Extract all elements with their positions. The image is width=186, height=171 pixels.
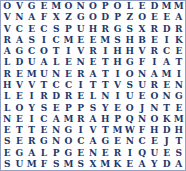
grid-cell[interactable]: E <box>148 35 160 46</box>
grid-cell[interactable]: E <box>62 57 74 68</box>
grid-cell[interactable]: S <box>1 136 13 147</box>
grid-cell[interactable]: N <box>50 69 62 80</box>
grid-cell[interactable]: G <box>13 46 25 57</box>
grid-cell[interactable]: M <box>50 1 62 12</box>
grid-cell[interactable]: S <box>50 159 62 170</box>
grid-cell[interactable]: R <box>148 24 160 35</box>
grid-cell[interactable]: H <box>173 125 185 136</box>
grid-cell[interactable]: M <box>160 69 172 80</box>
grid-cell[interactable]: I <box>160 35 172 46</box>
grid-cell[interactable]: I <box>99 46 111 57</box>
grid-cell[interactable]: S <box>124 80 136 91</box>
grid-cell[interactable]: P <box>99 1 111 12</box>
grid-cell[interactable]: M <box>111 125 123 136</box>
grid-cell[interactable]: O <box>1 1 13 12</box>
grid-cell[interactable]: S <box>26 35 38 46</box>
grid-cell[interactable]: N <box>75 57 87 68</box>
grid-cell[interactable]: M <box>173 114 185 125</box>
grid-cell[interactable]: E <box>38 1 50 12</box>
grid-cell[interactable]: U <box>148 147 160 158</box>
grid-cell[interactable]: E <box>99 147 111 158</box>
grid-cell[interactable]: M <box>99 159 111 170</box>
grid-cell[interactable]: I <box>124 147 136 158</box>
grid-cell[interactable]: G <box>111 24 123 35</box>
grid-cell[interactable]: H <box>111 46 123 57</box>
grid-cell[interactable]: E <box>1 125 13 136</box>
grid-cell[interactable]: O <box>124 69 136 80</box>
grid-cell[interactable]: R <box>148 80 160 91</box>
grid-cell[interactable]: P <box>50 147 62 158</box>
grid-cell[interactable]: N <box>136 114 148 125</box>
grid-cell[interactable]: R <box>38 91 50 102</box>
grid-cell[interactable]: P <box>75 102 87 113</box>
grid-cell[interactable]: E <box>87 35 99 46</box>
grid-cell[interactable]: F <box>136 57 148 68</box>
grid-cell[interactable]: V <box>13 1 25 12</box>
grid-cell[interactable]: T <box>50 46 62 57</box>
grid-cell[interactable]: K <box>173 35 185 46</box>
grid-cell[interactable]: E <box>75 35 87 46</box>
grid-cell[interactable]: N <box>13 12 25 23</box>
grid-cell[interactable]: R <box>75 69 87 80</box>
grid-cell[interactable]: I <box>38 35 50 46</box>
grid-cell[interactable]: I <box>26 91 38 102</box>
grid-cell[interactable]: E <box>1 147 13 158</box>
grid-cell[interactable]: C <box>75 136 87 147</box>
grid-cell[interactable]: J <box>160 136 172 147</box>
grid-cell[interactable]: E <box>50 102 62 113</box>
grid-cell[interactable]: V <box>111 80 123 91</box>
grid-cell[interactable]: T <box>99 125 111 136</box>
grid-cell[interactable]: R <box>62 91 74 102</box>
grid-cell[interactable]: N <box>136 69 148 80</box>
grid-cell[interactable]: I <box>111 69 123 80</box>
grid-cell[interactable]: C <box>26 46 38 57</box>
grid-cell[interactable]: N <box>87 147 99 158</box>
grid-cell[interactable]: O <box>148 114 160 125</box>
grid-cell[interactable]: D <box>160 159 172 170</box>
grid-cell[interactable]: E <box>13 69 25 80</box>
grid-cell[interactable]: H <box>124 35 136 46</box>
grid-cell[interactable]: W <box>124 125 136 136</box>
grid-cell[interactable]: C <box>50 35 62 46</box>
grid-cell[interactable]: E <box>136 1 148 12</box>
grid-cell[interactable]: P <box>62 102 74 113</box>
grid-cell[interactable]: N <box>1 114 13 125</box>
grid-cell[interactable]: R <box>148 46 160 57</box>
grid-cell[interactable]: U <box>75 24 87 35</box>
grid-cell[interactable]: S <box>1 159 13 170</box>
grid-cell[interactable]: E <box>136 91 148 102</box>
grid-cell[interactable]: M <box>62 114 74 125</box>
grid-cell[interactable]: P <box>111 114 123 125</box>
grid-cell[interactable]: C <box>50 80 62 91</box>
grid-cell[interactable]: Y <box>26 102 38 113</box>
grid-cell[interactable]: G <box>38 136 50 147</box>
grid-cell[interactable]: H <box>87 24 99 35</box>
grid-cell[interactable]: M <box>26 159 38 170</box>
grid-cell[interactable]: L <box>87 91 99 102</box>
grid-cell[interactable]: E <box>13 91 25 102</box>
grid-cell[interactable]: G <box>26 1 38 12</box>
grid-cell[interactable]: U <box>26 57 38 68</box>
grid-cell[interactable]: V <box>26 80 38 91</box>
grid-cell[interactable]: P <box>62 24 74 35</box>
grid-cell[interactable]: V <box>87 125 99 136</box>
grid-cell[interactable]: B <box>136 35 148 46</box>
grid-cell[interactable]: A <box>87 114 99 125</box>
grid-cell[interactable]: I <box>173 69 185 80</box>
grid-cell[interactable]: C <box>13 24 25 35</box>
grid-cell[interactable]: J <box>136 102 148 113</box>
grid-cell[interactable]: E <box>13 114 25 125</box>
word-search-board: OVGEMONOPOLEDMMVNAFXZGODPZOEEAVCECSPUHRG… <box>0 0 186 171</box>
grid-cell[interactable]: U <box>136 80 148 91</box>
grid-cell[interactable]: T <box>173 136 185 147</box>
grid-cell[interactable]: E <box>148 136 160 147</box>
grid-cell[interactable]: D <box>13 57 25 68</box>
grid-cell[interactable]: T <box>26 125 38 136</box>
grid-cell[interactable]: S <box>111 35 123 46</box>
grid-cell[interactable]: T <box>160 102 172 113</box>
grid-cell[interactable]: I <box>62 46 74 57</box>
grid-cell[interactable]: X <box>136 24 148 35</box>
grid-cell[interactable]: G <box>62 147 74 158</box>
grid-cell[interactable]: Z <box>124 12 136 23</box>
grid-cell[interactable]: E <box>160 12 172 23</box>
grid-cell[interactable]: N <box>124 136 136 147</box>
grid-cell[interactable]: K <box>160 114 172 125</box>
grid-cell[interactable]: E <box>75 91 87 102</box>
grid-cell[interactable]: O <box>124 102 136 113</box>
grid-cell[interactable]: F <box>38 159 50 170</box>
grid-cell[interactable]: H <box>124 46 136 57</box>
grid-cell[interactable]: C <box>62 80 74 91</box>
grid-cell[interactable]: E <box>62 69 74 80</box>
grid-cell[interactable]: M <box>62 159 74 170</box>
grid-cell[interactable]: E <box>160 147 172 158</box>
grid-cell[interactable]: A <box>1 46 13 57</box>
grid-cell[interactable]: A <box>50 114 62 125</box>
grid-cell[interactable]: V <box>75 46 87 57</box>
grid-cell[interactable]: L <box>124 1 136 12</box>
grid-cell[interactable]: N <box>173 80 185 91</box>
grid-cell[interactable]: E <box>148 12 160 23</box>
grid-cell[interactable]: M <box>26 69 38 80</box>
grid-cell[interactable]: R <box>87 46 99 57</box>
grid-cell[interactable]: T <box>99 57 111 68</box>
grid-cell[interactable]: A <box>13 35 25 46</box>
grid-cell[interactable]: I <box>75 125 87 136</box>
grid-cell[interactable]: O <box>136 12 148 23</box>
grid-cell[interactable]: I <box>111 91 123 102</box>
grid-cell[interactable]: Q <box>136 147 148 158</box>
grid-cell[interactable]: O <box>148 91 160 102</box>
grid-cell[interactable]: A <box>26 12 38 23</box>
grid-cell[interactable]: R <box>75 114 87 125</box>
grid-cell[interactable]: R <box>1 69 13 80</box>
grid-cell[interactable]: G <box>13 147 25 158</box>
grid-cell[interactable]: E <box>26 24 38 35</box>
grid-cell[interactable]: V <box>13 80 25 91</box>
grid-cell[interactable]: E <box>111 136 123 147</box>
grid-cell[interactable]: F <box>38 12 50 23</box>
grid-cell[interactable]: S <box>87 102 99 113</box>
grid-cell[interactable]: M <box>99 35 111 46</box>
grid-cell[interactable]: A <box>136 159 148 170</box>
grid-cell[interactable]: M <box>62 35 74 46</box>
grid-cell[interactable]: H <box>148 125 160 136</box>
grid-cell[interactable]: E <box>38 125 50 136</box>
grid-cell[interactable]: S <box>50 24 62 35</box>
grid-cell[interactable]: S <box>173 147 185 158</box>
grid-cell[interactable]: I <box>75 80 87 91</box>
word-search-grid: OVGEMONOPOLEDMMVNAFXZGODPZOEEAVCECSPUHRG… <box>1 1 185 170</box>
grid-cell[interactable]: V <box>1 24 13 35</box>
grid-cell[interactable]: A <box>87 136 99 147</box>
grid-cell[interactable]: Q <box>124 114 136 125</box>
grid-cell[interactable]: E <box>173 46 185 57</box>
grid-cell[interactable]: D <box>160 24 172 35</box>
grid-cell[interactable]: L <box>1 91 13 102</box>
grid-cell[interactable]: T <box>173 57 185 68</box>
grid-cell[interactable]: S <box>75 159 87 170</box>
grid-cell[interactable]: C <box>136 136 148 147</box>
grid-cell[interactable]: D <box>148 1 160 12</box>
grid-cell[interactable]: O <box>87 1 99 12</box>
grid-cell[interactable]: E <box>160 80 172 91</box>
grid-cell[interactable]: H <box>111 57 123 68</box>
grid-cell[interactable]: A <box>160 57 172 68</box>
grid-cell[interactable]: S <box>124 24 136 35</box>
grid-cell[interactable]: N <box>99 91 111 102</box>
grid-cell[interactable]: N <box>50 125 62 136</box>
grid-cell[interactable]: D <box>160 125 172 136</box>
grid-cell[interactable]: L <box>50 57 62 68</box>
grid-cell[interactable]: O <box>87 12 99 23</box>
grid-cell[interactable]: L <box>1 57 13 68</box>
grid-cell[interactable]: E <box>75 147 87 158</box>
grid-cell[interactable]: L <box>38 147 50 158</box>
grid-cell[interactable]: C <box>160 46 172 57</box>
grid-cell[interactable]: G <box>173 91 185 102</box>
grid-cell[interactable]: F <box>136 125 148 136</box>
grid-cell[interactable]: R <box>1 35 13 46</box>
grid-cell[interactable]: T <box>99 80 111 91</box>
grid-cell[interactable]: A <box>148 69 160 80</box>
grid-cell[interactable]: I <box>26 114 38 125</box>
grid-cell[interactable]: R <box>111 147 123 158</box>
grid-cell[interactable]: X <box>87 159 99 170</box>
grid-cell[interactable]: A <box>173 12 185 23</box>
grid-cell[interactable]: N <box>160 91 172 102</box>
grid-cell[interactable]: V <box>1 12 13 23</box>
grid-cell[interactable]: A <box>38 57 50 68</box>
grid-cell[interactable]: T <box>38 80 50 91</box>
grid-cell[interactable]: E <box>13 136 25 147</box>
grid-cell[interactable]: M <box>173 1 185 12</box>
grid-cell[interactable]: X <box>50 12 62 23</box>
grid-cell[interactable]: P <box>111 12 123 23</box>
grid-cell[interactable]: E <box>111 102 123 113</box>
grid-cell[interactable]: E <box>124 159 136 170</box>
grid-cell[interactable]: T <box>99 69 111 80</box>
grid-cell[interactable]: M <box>160 1 172 12</box>
grid-cell[interactable]: D <box>50 91 62 102</box>
grid-cell[interactable]: V <box>136 46 148 57</box>
grid-cell[interactable]: G <box>62 125 74 136</box>
grid-cell[interactable]: H <box>1 80 13 91</box>
grid-cell[interactable]: U <box>124 91 136 102</box>
grid-cell[interactable]: A <box>26 147 38 158</box>
grid-cell[interactable]: I <box>148 57 160 68</box>
grid-cell[interactable]: Z <box>62 12 74 23</box>
grid-cell[interactable]: S <box>38 102 50 113</box>
grid-cell[interactable]: O <box>62 136 74 147</box>
grid-cell[interactable]: Y <box>148 159 160 170</box>
grid-cell[interactable]: U <box>38 69 50 80</box>
grid-cell[interactable]: C <box>38 24 50 35</box>
grid-cell[interactable]: Y <box>99 102 111 113</box>
grid-cell[interactable]: H <box>99 114 111 125</box>
grid-cell[interactable]: L <box>1 102 13 113</box>
grid-cell[interactable]: T <box>87 80 99 91</box>
grid-cell[interactable]: N <box>148 102 160 113</box>
grid-cell[interactable]: R <box>99 24 111 35</box>
grid-cell[interactable]: U <box>13 159 25 170</box>
grid-cell[interactable]: K <box>111 159 123 170</box>
grid-cell[interactable]: T <box>13 125 25 136</box>
grid-cell[interactable]: R <box>26 136 38 147</box>
grid-cell[interactable]: G <box>75 12 87 23</box>
grid-cell[interactable]: N <box>50 136 62 147</box>
grid-cell[interactable]: N <box>75 1 87 12</box>
grid-cell[interactable]: A <box>87 69 99 80</box>
grid-cell[interactable]: E <box>87 57 99 68</box>
grid-cell[interactable]: O <box>111 1 123 12</box>
grid-cell[interactable]: G <box>99 136 111 147</box>
grid-cell[interactable]: C <box>38 114 50 125</box>
grid-cell[interactable]: A <box>173 159 185 170</box>
grid-cell[interactable]: D <box>99 12 111 23</box>
grid-cell[interactable]: G <box>124 57 136 68</box>
grid-cell[interactable]: O <box>13 102 25 113</box>
grid-cell[interactable]: E <box>173 102 185 113</box>
grid-cell[interactable]: O <box>62 1 74 12</box>
grid-cell[interactable]: R <box>173 24 185 35</box>
grid-cell[interactable]: O <box>38 46 50 57</box>
